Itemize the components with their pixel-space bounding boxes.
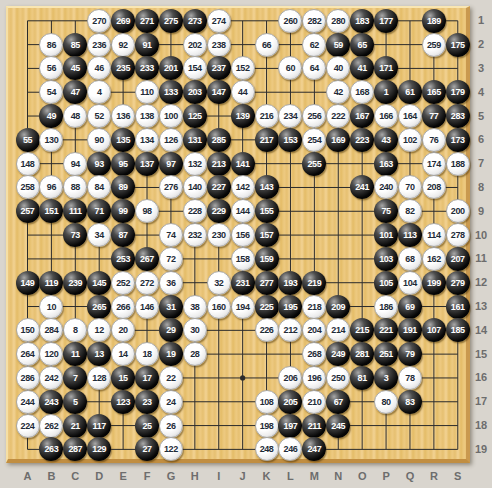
stone-E10: 87 xyxy=(111,223,135,247)
stone-H10: 232 xyxy=(183,223,207,247)
stone-P6: 43 xyxy=(374,128,398,152)
stone-M17: 210 xyxy=(302,390,326,414)
stone-K12: 277 xyxy=(255,271,279,295)
stone-P17: 80 xyxy=(374,390,398,414)
stone-D6: 90 xyxy=(87,128,111,152)
stone-K18: 198 xyxy=(255,414,279,438)
stone-R7: 174 xyxy=(422,152,446,176)
stone-Q10: 113 xyxy=(398,223,422,247)
stone-R4: 165 xyxy=(422,80,446,104)
stone-I4: 147 xyxy=(207,80,231,104)
row-label-17: 17 xyxy=(470,395,492,407)
stone-I7: 213 xyxy=(207,152,231,176)
stone-I13: 160 xyxy=(207,295,231,319)
stone-E5: 136 xyxy=(111,104,135,128)
col-label-I: I xyxy=(209,470,229,482)
stone-I10: 230 xyxy=(207,223,231,247)
stone-S6: 173 xyxy=(446,128,470,152)
stone-K14: 226 xyxy=(255,318,279,342)
stone-P10: 101 xyxy=(374,223,398,247)
stone-D1: 270 xyxy=(87,9,111,33)
stone-F17: 23 xyxy=(135,390,159,414)
stone-P15: 251 xyxy=(374,342,398,366)
stone-K13: 225 xyxy=(255,295,279,319)
col-label-P: P xyxy=(376,470,396,482)
stone-H14: 30 xyxy=(183,318,207,342)
stone-D2: 236 xyxy=(87,33,111,57)
stone-A6: 55 xyxy=(16,128,40,152)
stone-R2: 259 xyxy=(422,33,446,57)
stone-J13: 194 xyxy=(231,295,255,319)
stone-S12: 279 xyxy=(446,271,470,295)
stone-K6: 217 xyxy=(255,128,279,152)
stone-D12: 145 xyxy=(87,271,111,295)
stone-C18: 21 xyxy=(63,414,87,438)
stone-K2: 66 xyxy=(255,33,279,57)
stone-I2: 238 xyxy=(207,33,231,57)
stone-A17: 244 xyxy=(16,390,40,414)
stone-K8: 143 xyxy=(255,175,279,199)
stone-B12: 119 xyxy=(39,271,63,295)
stone-G1: 275 xyxy=(159,9,183,33)
stone-G16: 22 xyxy=(159,366,183,390)
stone-K9: 155 xyxy=(255,199,279,223)
stone-I9: 229 xyxy=(207,199,231,223)
stone-O16: 81 xyxy=(350,366,374,390)
stone-M12: 219 xyxy=(302,271,326,295)
stone-Q15: 79 xyxy=(398,342,422,366)
stone-J8: 142 xyxy=(231,175,255,199)
stone-L18: 197 xyxy=(278,414,302,438)
stone-D18: 117 xyxy=(87,414,111,438)
stone-J4: 44 xyxy=(231,80,255,104)
stone-L12: 193 xyxy=(278,271,302,295)
stone-H1: 273 xyxy=(183,9,207,33)
stone-F5: 138 xyxy=(135,104,159,128)
stone-L13: 195 xyxy=(278,295,302,319)
stone-M1: 282 xyxy=(302,9,326,33)
stone-F7: 137 xyxy=(135,152,159,176)
stone-M2: 62 xyxy=(302,33,326,57)
stone-E12: 252 xyxy=(111,271,135,295)
stone-A9: 257 xyxy=(16,199,40,223)
col-label-E: E xyxy=(113,470,133,482)
stone-E17: 123 xyxy=(111,390,135,414)
stone-N1: 280 xyxy=(326,9,350,33)
stone-N18: 245 xyxy=(326,414,350,438)
row-label-18: 18 xyxy=(470,419,492,431)
stone-S4: 179 xyxy=(446,80,470,104)
stone-D13: 265 xyxy=(87,295,111,319)
stone-F15: 18 xyxy=(135,342,159,366)
stone-O5: 167 xyxy=(350,104,374,128)
stone-J12: 231 xyxy=(231,271,255,295)
stone-H7: 132 xyxy=(183,152,207,176)
stone-H6: 131 xyxy=(183,128,207,152)
stone-B17: 243 xyxy=(39,390,63,414)
col-label-R: R xyxy=(424,470,444,482)
stone-E2: 92 xyxy=(111,33,135,57)
col-label-H: H xyxy=(185,470,205,482)
stone-S11: 207 xyxy=(446,247,470,271)
stone-E16: 15 xyxy=(111,366,135,390)
stone-I6: 285 xyxy=(207,128,231,152)
stone-G7: 97 xyxy=(159,152,183,176)
row-label-16: 16 xyxy=(470,371,492,383)
stone-G17: 24 xyxy=(159,390,183,414)
stone-R6: 76 xyxy=(422,128,446,152)
stone-N17: 67 xyxy=(326,390,350,414)
row-label-13: 13 xyxy=(470,300,492,312)
stone-H13: 38 xyxy=(183,295,207,319)
stone-C17: 5 xyxy=(63,390,87,414)
stone-G5: 100 xyxy=(159,104,183,128)
stone-A18: 224 xyxy=(16,414,40,438)
stone-B2: 86 xyxy=(39,33,63,57)
row-label-19: 19 xyxy=(470,443,492,455)
stone-B13: 10 xyxy=(39,295,63,319)
stone-S10: 278 xyxy=(446,223,470,247)
stone-A15: 264 xyxy=(16,342,40,366)
stone-G11: 72 xyxy=(159,247,183,271)
stone-P1: 177 xyxy=(374,9,398,33)
stone-P12: 105 xyxy=(374,271,398,295)
stone-G12: 36 xyxy=(159,271,183,295)
col-label-K: K xyxy=(257,470,277,482)
stone-E6: 135 xyxy=(111,128,135,152)
stone-F16: 17 xyxy=(135,366,159,390)
stone-S13: 161 xyxy=(446,295,470,319)
stone-O2: 65 xyxy=(350,33,374,57)
row-label-7: 7 xyxy=(470,157,492,169)
stone-R10: 114 xyxy=(422,223,446,247)
row-label-6: 6 xyxy=(470,133,492,145)
go-kifu-screen: 2702692712752732742602822801831771898685… xyxy=(0,0,492,488)
stone-Q11: 68 xyxy=(398,247,422,271)
stone-J10: 156 xyxy=(231,223,255,247)
stone-J7: 141 xyxy=(231,152,255,176)
stone-F13: 146 xyxy=(135,295,159,319)
stone-S2: 175 xyxy=(446,33,470,57)
row-label-5: 5 xyxy=(470,110,492,122)
stone-A12: 149 xyxy=(16,271,40,295)
stone-E7: 95 xyxy=(111,152,135,176)
stone-Q6: 102 xyxy=(398,128,422,152)
row-label-2: 2 xyxy=(470,38,492,50)
stone-Q16: 78 xyxy=(398,366,422,390)
col-label-S: S xyxy=(448,470,468,482)
stone-F12: 272 xyxy=(135,271,159,295)
stone-F11: 267 xyxy=(135,247,159,271)
col-label-A: A xyxy=(18,470,38,482)
row-label-14: 14 xyxy=(470,324,492,336)
stone-F6: 134 xyxy=(135,128,159,152)
stone-C12: 239 xyxy=(63,271,87,295)
stone-C7: 94 xyxy=(63,152,87,176)
stone-N6: 169 xyxy=(326,128,350,152)
stone-S14: 185 xyxy=(446,318,470,342)
stone-M7: 255 xyxy=(302,152,326,176)
row-label-3: 3 xyxy=(470,62,492,74)
col-label-J: J xyxy=(233,470,253,482)
row-label-9: 9 xyxy=(470,205,492,217)
row-label-1: 1 xyxy=(470,14,492,26)
stone-G4: 133 xyxy=(159,80,183,104)
row-label-8: 8 xyxy=(470,181,492,193)
stone-H4: 203 xyxy=(183,80,207,104)
stone-H2: 202 xyxy=(183,33,207,57)
stone-G10: 74 xyxy=(159,223,183,247)
stone-A8: 258 xyxy=(16,175,40,199)
stone-D7: 93 xyxy=(87,152,111,176)
stone-F1: 271 xyxy=(135,9,159,33)
stone-J9: 144 xyxy=(231,199,255,223)
stone-P7: 163 xyxy=(374,152,398,176)
stone-K19: 248 xyxy=(255,437,279,461)
stone-K5: 216 xyxy=(255,104,279,128)
stone-I1: 274 xyxy=(207,9,231,33)
stone-R11: 162 xyxy=(422,247,446,271)
stone-R1: 189 xyxy=(422,9,446,33)
stone-E1: 269 xyxy=(111,9,135,33)
stone-Q13: 69 xyxy=(398,295,422,319)
col-label-C: C xyxy=(65,470,85,482)
col-label-D: D xyxy=(89,470,109,482)
col-label-B: B xyxy=(41,470,61,482)
col-label-L: L xyxy=(280,470,300,482)
stone-O1: 183 xyxy=(350,9,374,33)
stone-D16: 128 xyxy=(87,366,111,390)
row-label-10: 10 xyxy=(470,229,492,241)
col-label-G: G xyxy=(161,470,181,482)
stone-A14: 150 xyxy=(16,318,40,342)
stone-H5: 125 xyxy=(183,104,207,128)
stone-K17: 108 xyxy=(255,390,279,414)
stone-J3: 152 xyxy=(231,56,255,80)
stone-R5: 77 xyxy=(422,104,446,128)
stone-P13: 186 xyxy=(374,295,398,319)
stone-O6: 223 xyxy=(350,128,374,152)
stone-B18: 262 xyxy=(39,414,63,438)
stone-P5: 166 xyxy=(374,104,398,128)
row-label-4: 4 xyxy=(470,86,492,98)
stone-S9: 200 xyxy=(446,199,470,223)
stone-G18: 26 xyxy=(159,414,183,438)
stone-E11: 253 xyxy=(111,247,135,271)
row-label-12: 12 xyxy=(470,276,492,288)
row-label-15: 15 xyxy=(470,348,492,360)
stone-P11: 103 xyxy=(374,247,398,271)
col-label-M: M xyxy=(304,470,324,482)
col-label-O: O xyxy=(352,470,372,482)
stone-N2: 59 xyxy=(326,33,350,57)
stone-Q5: 164 xyxy=(398,104,422,128)
stone-G15: 19 xyxy=(159,342,183,366)
col-label-Q: Q xyxy=(400,470,420,482)
stone-J5: 139 xyxy=(231,104,255,128)
stone-A16: 286 xyxy=(16,366,40,390)
stone-I12: 32 xyxy=(207,271,231,295)
stone-Q17: 83 xyxy=(398,390,422,414)
stone-F2: 91 xyxy=(135,33,159,57)
stone-C2: 85 xyxy=(63,33,87,57)
stone-S7: 188 xyxy=(446,152,470,176)
stone-G6: 126 xyxy=(159,128,183,152)
stone-A7: 148 xyxy=(16,152,40,176)
stone-N13: 209 xyxy=(326,295,350,319)
stone-M13: 218 xyxy=(302,295,326,319)
stone-E13: 266 xyxy=(111,295,135,319)
stone-G13: 31 xyxy=(159,295,183,319)
stone-Q12: 104 xyxy=(398,271,422,295)
stone-I3: 237 xyxy=(207,56,231,80)
stone-P16: 3 xyxy=(374,366,398,390)
stone-J11: 158 xyxy=(231,247,255,271)
stone-S5: 283 xyxy=(446,104,470,128)
stone-M18: 211 xyxy=(302,414,326,438)
stone-H9: 228 xyxy=(183,199,207,223)
stone-K11: 159 xyxy=(255,247,279,271)
col-label-N: N xyxy=(328,470,348,482)
row-label-11: 11 xyxy=(470,252,492,264)
stone-R12: 199 xyxy=(422,271,446,295)
stone-F18: 25 xyxy=(135,414,159,438)
stone-K10: 157 xyxy=(255,223,279,247)
star-point-J16 xyxy=(240,375,245,380)
col-label-F: F xyxy=(137,470,157,482)
stone-H15: 28 xyxy=(183,342,207,366)
